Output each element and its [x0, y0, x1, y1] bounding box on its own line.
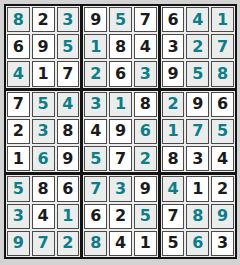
- cell-r8c8[interactable]: 8: [186, 204, 209, 229]
- cell-r2c1[interactable]: 6: [7, 34, 30, 59]
- cell-r2c6[interactable]: 4: [134, 34, 157, 59]
- cell-r3c7[interactable]: 9: [162, 61, 185, 86]
- cell-r3c2[interactable]: 1: [32, 61, 55, 86]
- cell-r3c4[interactable]: 2: [84, 61, 107, 86]
- cell-r5c1[interactable]: 2: [7, 119, 30, 144]
- cell-r2c7[interactable]: 3: [162, 34, 185, 59]
- cell-r2c4[interactable]: 1: [84, 34, 107, 59]
- cell-r5c8[interactable]: 7: [186, 119, 209, 144]
- cell-r3c9[interactable]: 8: [211, 61, 234, 86]
- cell-r5c3[interactable]: 8: [57, 119, 80, 144]
- cell-r9c4[interactable]: 8: [84, 231, 107, 256]
- cell-r1c4[interactable]: 9: [84, 7, 107, 32]
- cell-r6c9[interactable]: 4: [211, 146, 234, 171]
- cell-r6c2[interactable]: 6: [32, 146, 55, 171]
- box-1-2: 957184263: [83, 6, 157, 88]
- cell-r8c7[interactable]: 7: [162, 204, 185, 229]
- cell-r7c8[interactable]: 1: [186, 176, 209, 201]
- cell-r7c5[interactable]: 3: [109, 176, 132, 201]
- cell-r1c7[interactable]: 6: [162, 7, 185, 32]
- cell-r7c9[interactable]: 2: [211, 176, 234, 201]
- cell-r2c5[interactable]: 8: [109, 34, 132, 59]
- box-1-1: 823695417: [6, 6, 80, 88]
- cell-r1c6[interactable]: 7: [134, 7, 157, 32]
- cell-r5c9[interactable]: 5: [211, 119, 234, 144]
- cell-r4c4[interactable]: 3: [84, 92, 107, 117]
- box-2-2: 318496572: [83, 91, 157, 173]
- cell-r4c5[interactable]: 1: [109, 92, 132, 117]
- cell-r7c2[interactable]: 8: [32, 176, 55, 201]
- cell-r5c7[interactable]: 1: [162, 119, 185, 144]
- cell-r7c7[interactable]: 4: [162, 176, 185, 201]
- cell-r2c9[interactable]: 7: [211, 34, 234, 59]
- cell-r3c8[interactable]: 5: [186, 61, 209, 86]
- cell-r6c7[interactable]: 8: [162, 146, 185, 171]
- cell-r7c3[interactable]: 6: [57, 176, 80, 201]
- cell-r1c3[interactable]: 3: [57, 7, 80, 32]
- cell-r3c3[interactable]: 7: [57, 61, 80, 86]
- cell-r2c8[interactable]: 2: [186, 34, 209, 59]
- cell-r2c3[interactable]: 5: [57, 34, 80, 59]
- cell-r8c9[interactable]: 9: [211, 204, 234, 229]
- cell-r9c6[interactable]: 1: [134, 231, 157, 256]
- cell-r3c6[interactable]: 3: [134, 61, 157, 86]
- box-3-2: 739625841: [83, 175, 157, 257]
- cell-r8c2[interactable]: 4: [32, 204, 55, 229]
- cell-r6c4[interactable]: 5: [84, 146, 107, 171]
- box-2-1: 754238169: [6, 91, 80, 173]
- cell-r6c3[interactable]: 9: [57, 146, 80, 171]
- cell-r1c5[interactable]: 5: [109, 7, 132, 32]
- cell-r6c6[interactable]: 2: [134, 146, 157, 171]
- cell-r5c2[interactable]: 3: [32, 119, 55, 144]
- cell-r3c1[interactable]: 4: [7, 61, 30, 86]
- cell-r9c7[interactable]: 5: [162, 231, 185, 256]
- cell-r7c4[interactable]: 7: [84, 176, 107, 201]
- cell-r6c8[interactable]: 3: [186, 146, 209, 171]
- cell-r4c6[interactable]: 8: [134, 92, 157, 117]
- box-3-1: 586341972: [6, 175, 80, 257]
- cell-r6c1[interactable]: 1: [7, 146, 30, 171]
- cell-r1c8[interactable]: 4: [186, 7, 209, 32]
- cell-r9c5[interactable]: 4: [109, 231, 132, 256]
- cell-r8c4[interactable]: 6: [84, 204, 107, 229]
- cell-r3c5[interactable]: 6: [109, 61, 132, 86]
- cell-r7c1[interactable]: 5: [7, 176, 30, 201]
- cell-r7c6[interactable]: 9: [134, 176, 157, 201]
- box-1-3: 641327958: [161, 6, 235, 88]
- cell-r9c3[interactable]: 2: [57, 231, 80, 256]
- cell-r4c9[interactable]: 6: [211, 92, 234, 117]
- cell-r6c5[interactable]: 7: [109, 146, 132, 171]
- cell-r5c4[interactable]: 4: [84, 119, 107, 144]
- cell-r1c9[interactable]: 1: [211, 7, 234, 32]
- cell-r2c2[interactable]: 9: [32, 34, 55, 59]
- cell-r8c5[interactable]: 2: [109, 204, 132, 229]
- cell-r5c5[interactable]: 9: [109, 119, 132, 144]
- cell-r9c9[interactable]: 3: [211, 231, 234, 256]
- box-2-3: 296175834: [161, 91, 235, 173]
- cell-r4c3[interactable]: 4: [57, 92, 80, 117]
- cell-r8c1[interactable]: 3: [7, 204, 30, 229]
- cell-r9c1[interactable]: 9: [7, 231, 30, 256]
- cell-r4c1[interactable]: 7: [7, 92, 30, 117]
- cell-r1c1[interactable]: 8: [7, 7, 30, 32]
- cell-r5c6[interactable]: 6: [134, 119, 157, 144]
- cell-r8c3[interactable]: 1: [57, 204, 80, 229]
- cell-r9c2[interactable]: 7: [32, 231, 55, 256]
- cell-r4c8[interactable]: 9: [186, 92, 209, 117]
- sudoku-board: 8236954179571842636413279587542381693184…: [4, 4, 237, 259]
- cell-r4c2[interactable]: 5: [32, 92, 55, 117]
- cell-r1c2[interactable]: 2: [32, 7, 55, 32]
- cell-r9c8[interactable]: 6: [186, 231, 209, 256]
- box-3-3: 412789563: [161, 175, 235, 257]
- cell-r8c6[interactable]: 5: [134, 204, 157, 229]
- cell-r4c7[interactable]: 2: [162, 92, 185, 117]
